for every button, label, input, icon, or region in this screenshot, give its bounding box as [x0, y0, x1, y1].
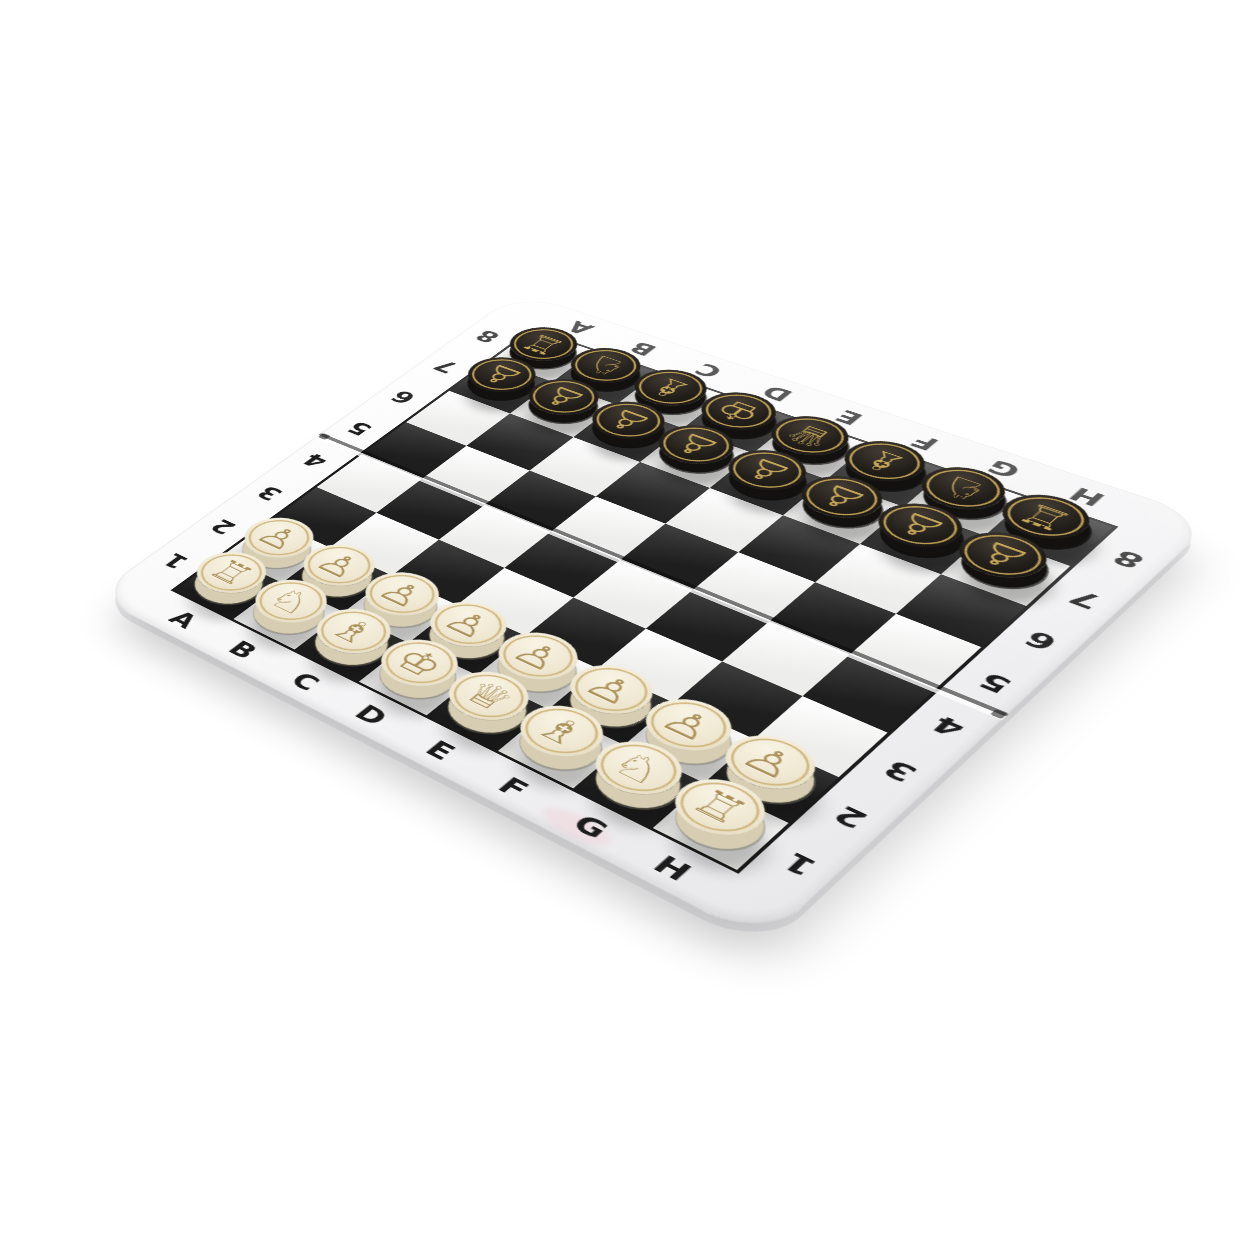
- black-bishop-icon: ♗: [640, 372, 701, 403]
- white-pawn-icon: ♙: [504, 635, 571, 676]
- white-pawn-icon: ♙: [249, 520, 309, 555]
- white-bishop-icon: ♗: [526, 709, 596, 753]
- white-pawn-icon: ♙: [436, 605, 501, 644]
- black-pawn-icon: ♙: [886, 506, 955, 544]
- white-bishop-icon: ♗: [322, 612, 386, 651]
- black-pawn-icon: ♙: [534, 381, 593, 412]
- white-pawn-icon: ♙: [653, 702, 725, 747]
- white-knight-icon: ♘: [260, 582, 322, 619]
- white-rook-icon: ♖: [201, 555, 261, 591]
- white-rook-icon: ♖: [682, 783, 757, 832]
- board-plane: AABBCCDDEEFFGGHH1122334455667788♖♘♗♔♕♗♘♖…: [175, 330, 1113, 870]
- black-knight-icon: ♘: [929, 470, 997, 507]
- black-knight-icon: ♘: [576, 350, 635, 380]
- black-pawn-icon: ♙: [808, 479, 875, 515]
- white-king-icon: ♔: [387, 642, 453, 683]
- white-pawn-icon: ♙: [576, 668, 646, 711]
- white-pawn-icon: ♙: [308, 547, 369, 583]
- black-king-icon: ♔: [707, 395, 769, 428]
- black-pawn-icon: ♙: [967, 535, 1038, 574]
- black-bishop-icon: ♗: [851, 444, 917, 479]
- black-rook-icon: ♖: [515, 329, 572, 358]
- white-pawn-icon: ♙: [370, 575, 433, 613]
- white-queen-icon: ♕: [455, 675, 523, 717]
- black-pawn-icon: ♙: [665, 428, 728, 462]
- white-pawn-icon: ♙: [733, 739, 808, 786]
- black-pawn-icon: ♙: [735, 453, 800, 488]
- black-rook-icon: ♖: [1010, 498, 1081, 536]
- white-knight-icon: ♘: [602, 745, 675, 791]
- black-queen-icon: ♕: [778, 419, 842, 453]
- black-pawn-icon: ♙: [473, 360, 531, 390]
- photo-stage: AABBCCDDEEFFGGHH1122334455667788♖♘♗♔♕♗♘♖…: [0, 0, 1240, 1240]
- black-pawn-icon: ♙: [598, 404, 659, 436]
